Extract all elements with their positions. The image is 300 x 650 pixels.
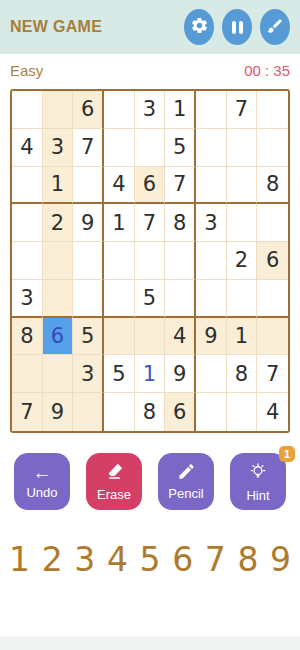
cell-r6c5[interactable]: 5 [135, 280, 166, 318]
cell-r2c2[interactable]: 3 [43, 129, 74, 167]
sudoku-app: NEW GAME Easy 00 : 35 631743751467829178… [0, 0, 300, 650]
gear-icon [190, 16, 209, 38]
pencil-button[interactable]: Pencil [158, 453, 214, 510]
cell-r3c4[interactable]: 4 [104, 167, 135, 205]
cell-r6c2[interactable] [43, 280, 74, 318]
cell-r3c7[interactable] [196, 167, 227, 205]
cell-r1c7[interactable] [196, 91, 227, 129]
bottom-strip [0, 636, 300, 650]
theme-button[interactable] [260, 9, 290, 45]
numpad-4[interactable]: 4 [107, 540, 128, 579]
numpad-7[interactable]: 7 [205, 540, 226, 579]
undo-label: Undo [26, 485, 57, 500]
cell-r2c5[interactable] [135, 129, 166, 167]
cell-r8c6[interactable]: 9 [165, 355, 196, 393]
pause-icon [232, 21, 243, 34]
cell-r2c3[interactable]: 7 [73, 129, 104, 167]
pause-button[interactable] [222, 9, 252, 45]
hint-badge: 1 [279, 446, 295, 462]
cell-r4c6[interactable]: 8 [165, 204, 196, 242]
cell-r9c1[interactable]: 7 [12, 393, 43, 431]
cell-r2c6[interactable]: 5 [165, 129, 196, 167]
cell-r7c3[interactable]: 5 [73, 318, 104, 356]
cell-r5c5[interactable] [135, 242, 166, 280]
numpad-3[interactable]: 3 [74, 540, 95, 579]
cell-r2c4[interactable] [104, 129, 135, 167]
cell-r8c2[interactable] [43, 355, 74, 393]
cell-r2c9[interactable] [257, 129, 288, 167]
cell-r8c5[interactable]: 1 [135, 355, 166, 393]
cell-r7c9[interactable] [257, 318, 288, 356]
cell-r1c2[interactable] [43, 91, 74, 129]
cell-r4c5[interactable]: 7 [135, 204, 166, 242]
numpad-1[interactable]: 1 [9, 540, 30, 579]
page-title: NEW GAME [10, 18, 102, 36]
cell-r9c7[interactable] [196, 393, 227, 431]
cell-r4c9[interactable] [257, 204, 288, 242]
cell-r6c8[interactable] [227, 280, 258, 318]
numpad-8[interactable]: 8 [237, 540, 258, 579]
cell-r2c1[interactable]: 4 [12, 129, 43, 167]
cell-r4c2[interactable]: 2 [43, 204, 74, 242]
cell-r2c7[interactable] [196, 129, 227, 167]
difficulty-label: Easy [10, 62, 43, 79]
undo-button[interactable]: ← Undo [14, 453, 70, 510]
cell-r9c2[interactable]: 9 [43, 393, 74, 431]
cell-r6c7[interactable] [196, 280, 227, 318]
cell-r5c1[interactable] [12, 242, 43, 280]
pencil-icon [177, 462, 196, 484]
cell-r7c5[interactable] [135, 318, 166, 356]
status-bar: Easy 00 : 35 [0, 54, 300, 86]
cell-r8c7[interactable] [196, 355, 227, 393]
cell-r1c9[interactable] [257, 91, 288, 129]
erase-label: Erase [97, 487, 131, 502]
hint-button[interactable]: 1 Hint [230, 453, 286, 510]
cell-r2c8[interactable] [227, 129, 258, 167]
cell-r1c5[interactable]: 3 [135, 91, 166, 129]
cell-r6c1[interactable]: 3 [12, 280, 43, 318]
cell-r9c4[interactable] [104, 393, 135, 431]
cell-r7c2[interactable]: 6 [43, 318, 74, 356]
cell-r7c8[interactable]: 1 [227, 318, 258, 356]
cell-r5c9[interactable]: 6 [257, 242, 288, 280]
cell-r4c4[interactable]: 1 [104, 204, 135, 242]
cell-r7c1[interactable]: 8 [12, 318, 43, 356]
undo-arrow-icon: ← [33, 463, 52, 483]
cell-r8c9[interactable]: 7 [257, 355, 288, 393]
brush-icon [266, 17, 284, 38]
numpad-9[interactable]: 9 [270, 540, 291, 579]
cell-r1c4[interactable] [104, 91, 135, 129]
cell-r7c6[interactable]: 4 [165, 318, 196, 356]
cell-r5c8[interactable]: 2 [227, 242, 258, 280]
hint-label: Hint [246, 488, 269, 503]
cell-r5c4[interactable] [104, 242, 135, 280]
cell-r4c8[interactable] [227, 204, 258, 242]
erase-button[interactable]: Erase [86, 453, 142, 510]
cell-r4c1[interactable] [12, 204, 43, 242]
cell-r5c7[interactable] [196, 242, 227, 280]
cell-r9c3[interactable] [73, 393, 104, 431]
eraser-icon [104, 461, 125, 485]
cell-r3c1[interactable] [12, 167, 43, 205]
cell-r1c1[interactable] [12, 91, 43, 129]
cell-r5c2[interactable] [43, 242, 74, 280]
numpad-2[interactable]: 2 [42, 540, 63, 579]
cell-r3c6[interactable]: 7 [165, 167, 196, 205]
number-pad: 123456789 [0, 540, 300, 579]
cell-r6c3[interactable] [73, 280, 104, 318]
cell-r3c5[interactable]: 6 [135, 167, 166, 205]
cell-r7c4[interactable] [104, 318, 135, 356]
cell-r1c6[interactable]: 1 [165, 91, 196, 129]
cell-r6c6[interactable] [165, 280, 196, 318]
cell-r8c8[interactable]: 8 [227, 355, 258, 393]
cell-r9c5[interactable]: 8 [135, 393, 166, 431]
cell-r8c1[interactable] [12, 355, 43, 393]
header-bar: NEW GAME [0, 0, 300, 54]
cell-r4c3[interactable]: 9 [73, 204, 104, 242]
cell-r9c8[interactable] [227, 393, 258, 431]
cell-r5c6[interactable] [165, 242, 196, 280]
cell-r6c4[interactable] [104, 280, 135, 318]
toolbar: ← Undo Erase Pencil 1 Hint [0, 453, 300, 510]
cell-r3c2[interactable]: 1 [43, 167, 74, 205]
cell-r4c7[interactable]: 3 [196, 204, 227, 242]
cell-r1c8[interactable]: 7 [227, 91, 258, 129]
header-buttons [184, 9, 290, 45]
settings-button[interactable] [184, 9, 214, 45]
lightbulb-icon [247, 461, 269, 486]
cell-r9c6[interactable]: 6 [165, 393, 196, 431]
cell-r8c3[interactable]: 3 [73, 355, 104, 393]
cell-r5c3[interactable] [73, 242, 104, 280]
cell-r3c9[interactable]: 8 [257, 167, 288, 205]
cell-r9c9[interactable]: 4 [257, 393, 288, 431]
cell-r6c9[interactable] [257, 280, 288, 318]
cell-r3c3[interactable] [73, 167, 104, 205]
numpad-6[interactable]: 6 [172, 540, 193, 579]
cell-r8c4[interactable]: 5 [104, 355, 135, 393]
cell-r1c3[interactable]: 6 [73, 91, 104, 129]
cell-r7c7[interactable]: 9 [196, 318, 227, 356]
numpad-5[interactable]: 5 [140, 540, 161, 579]
timer: 00 : 35 [244, 62, 290, 79]
pencil-label: Pencil [168, 486, 203, 501]
cell-r3c8[interactable] [227, 167, 258, 205]
sudoku-grid: 6317437514678291783263586549135198779864 [10, 89, 290, 433]
